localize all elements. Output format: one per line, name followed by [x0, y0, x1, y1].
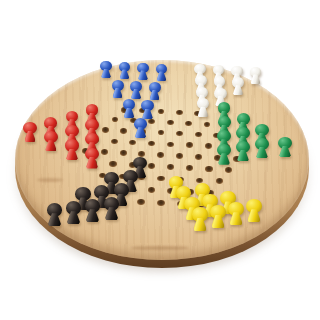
board-hole[interactable]: [157, 176, 164, 182]
peg-red[interactable]: [85, 148, 99, 169]
peg-yellow[interactable]: [246, 199, 262, 222]
peg-yellow[interactable]: [192, 207, 208, 231]
peg-green[interactable]: [278, 137, 292, 158]
peg-blue[interactable]: [134, 118, 147, 138]
peg-blue[interactable]: [123, 99, 136, 118]
peg-black[interactable]: [104, 197, 120, 220]
peg-blue[interactable]: [100, 61, 112, 78]
peg-black[interactable]: [85, 199, 101, 222]
peg-black[interactable]: [47, 203, 63, 226]
peg-red[interactable]: [65, 139, 79, 160]
peg-blue[interactable]: [141, 100, 154, 119]
board-hole[interactable]: [120, 150, 127, 156]
game-board: [15, 60, 309, 260]
peg-white[interactable]: [197, 98, 210, 117]
board-hole[interactable]: [205, 166, 212, 172]
peg-red[interactable]: [44, 131, 58, 151]
board-hole[interactable]: [137, 199, 145, 205]
peg-red[interactable]: [23, 122, 36, 142]
peg-blue[interactable]: [149, 82, 161, 100]
board-hole[interactable]: [120, 128, 127, 133]
wood-grain: [15, 60, 309, 260]
board-hole[interactable]: [111, 139, 118, 144]
board-hole[interactable]: [167, 164, 174, 170]
board-hole[interactable]: [167, 120, 174, 125]
peg-black[interactable]: [66, 201, 82, 224]
peg-green[interactable]: [217, 144, 231, 165]
board-hole[interactable]: [148, 163, 155, 169]
board-hole[interactable]: [167, 142, 174, 148]
board-hole[interactable]: [205, 143, 212, 149]
board-hole[interactable]: [186, 142, 193, 148]
peg-white[interactable]: [250, 67, 262, 85]
peg-yellow[interactable]: [210, 205, 226, 229]
board-hole[interactable]: [101, 149, 108, 155]
wood-knot: [37, 178, 63, 182]
board-hole[interactable]: [176, 110, 183, 115]
board-hole[interactable]: [102, 127, 109, 132]
wood-knot: [131, 246, 189, 250]
peg-green[interactable]: [236, 141, 250, 162]
board-hole[interactable]: [109, 161, 116, 167]
peg-blue[interactable]: [156, 64, 168, 81]
board-hole[interactable]: [157, 200, 165, 206]
board-hole[interactable]: [225, 167, 232, 173]
board-hole[interactable]: [148, 141, 155, 147]
peg-blue[interactable]: [119, 62, 131, 79]
board-hole[interactable]: [216, 178, 223, 184]
peg-blue[interactable]: [112, 80, 124, 98]
board-hole[interactable]: [148, 187, 156, 193]
peg-blue[interactable]: [130, 81, 142, 99]
peg-green[interactable]: [255, 138, 269, 159]
peg-white[interactable]: [232, 77, 244, 95]
peg-blue[interactable]: [137, 63, 149, 80]
product-photo: [0, 0, 320, 320]
peg-yellow[interactable]: [228, 202, 244, 225]
